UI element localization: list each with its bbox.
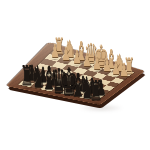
chess-board bbox=[6, 42, 145, 105]
chess-set-photo: ♜♞♟♝♟♛♟♚♟♝♟♞♟♜♟♟♟♟♜♟♞♟♝♟♟♛♟♚♟♝♞♜ bbox=[0, 0, 150, 150]
